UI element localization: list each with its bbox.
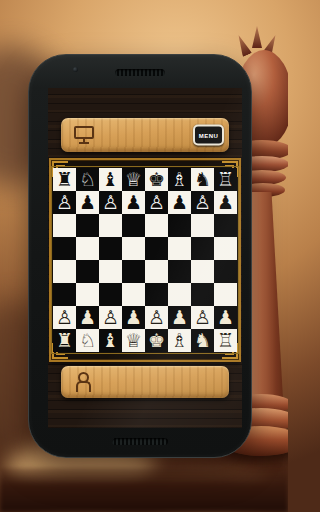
app-screen: MENU ♜♘♝♕♚♗♞♖♙♟♙♟♙♟♙♟♙♟♙♟♙♟♙♟♜♘♝♕♚♗♞♖ xyxy=(48,88,242,428)
opponent-bar: MENU xyxy=(61,118,229,152)
square-e6[interactable] xyxy=(145,214,168,237)
computer-monitor-icon xyxy=(74,126,94,139)
square-a2[interactable]: ♙ xyxy=(53,306,76,329)
square-g4[interactable] xyxy=(191,260,214,283)
square-c7[interactable]: ♙ xyxy=(99,191,122,214)
earpiece-speaker-grille xyxy=(115,69,165,76)
square-b4[interactable] xyxy=(76,260,99,283)
white-bishop: ♗ xyxy=(171,329,188,352)
white-rook: ♜ xyxy=(56,329,73,352)
square-f3[interactable] xyxy=(168,283,191,306)
square-g5[interactable] xyxy=(191,237,214,260)
white-knight: ♘ xyxy=(79,329,96,352)
square-h4[interactable] xyxy=(214,260,237,283)
square-f2[interactable]: ♟ xyxy=(168,306,191,329)
white-queen: ♕ xyxy=(125,329,142,352)
board-frame: ♜♘♝♕♚♗♞♖♙♟♙♟♙♟♙♟♙♟♙♟♙♟♙♟♜♘♝♕♚♗♞♖ xyxy=(49,158,241,362)
king-crown-point xyxy=(234,33,252,57)
square-d4[interactable] xyxy=(122,260,145,283)
square-c4[interactable] xyxy=(99,260,122,283)
square-g8[interactable]: ♞ xyxy=(191,168,214,191)
black-bishop: ♗ xyxy=(171,168,188,191)
square-g6[interactable] xyxy=(191,214,214,237)
black-pawn: ♙ xyxy=(56,191,73,214)
black-pawn: ♙ xyxy=(194,191,211,214)
white-pawn: ♙ xyxy=(194,306,211,329)
square-h6[interactable] xyxy=(214,214,237,237)
square-a7[interactable]: ♙ xyxy=(53,191,76,214)
square-g1[interactable]: ♞ xyxy=(191,329,214,352)
square-h2[interactable]: ♟ xyxy=(214,306,237,329)
square-h7[interactable]: ♟ xyxy=(214,191,237,214)
square-f4[interactable] xyxy=(168,260,191,283)
square-d3[interactable] xyxy=(122,283,145,306)
square-b8[interactable]: ♘ xyxy=(76,168,99,191)
white-pawn: ♟ xyxy=(217,306,234,329)
white-pawn: ♟ xyxy=(125,306,142,329)
square-c1[interactable]: ♝ xyxy=(99,329,122,352)
phone-frame: MENU ♜♘♝♕♚♗♞♖♙♟♙♟♙♟♙♟♙♟♙♟♙♟♙♟♜♘♝♕♚♗♞♖ xyxy=(28,54,252,458)
black-rook: ♖ xyxy=(217,168,234,191)
black-knight: ♘ xyxy=(79,168,96,191)
square-h5[interactable] xyxy=(214,237,237,260)
square-b6[interactable] xyxy=(76,214,99,237)
square-d2[interactable]: ♟ xyxy=(122,306,145,329)
square-e3[interactable] xyxy=(145,283,168,306)
square-a5[interactable] xyxy=(53,237,76,260)
square-d8[interactable]: ♕ xyxy=(122,168,145,191)
chess-board[interactable]: ♜♘♝♕♚♗♞♖♙♟♙♟♙♟♙♟♙♟♙♟♙♟♙♟♜♘♝♕♚♗♞♖ xyxy=(53,168,237,352)
black-knight: ♞ xyxy=(194,168,211,191)
square-d5[interactable] xyxy=(122,237,145,260)
white-king: ♚ xyxy=(148,329,165,352)
black-bishop: ♝ xyxy=(102,168,119,191)
square-f5[interactable] xyxy=(168,237,191,260)
square-f7[interactable]: ♟ xyxy=(168,191,191,214)
front-camera xyxy=(73,67,78,72)
square-g7[interactable]: ♙ xyxy=(191,191,214,214)
white-knight: ♞ xyxy=(194,329,211,352)
white-pawn: ♙ xyxy=(56,306,73,329)
bottom-speaker-grille xyxy=(112,438,168,445)
square-g3[interactable] xyxy=(191,283,214,306)
square-f8[interactable]: ♗ xyxy=(168,168,191,191)
black-pawn: ♙ xyxy=(102,191,119,214)
square-f6[interactable] xyxy=(168,214,191,237)
white-pawn: ♟ xyxy=(171,306,188,329)
square-c2[interactable]: ♙ xyxy=(99,306,122,329)
square-g2[interactable]: ♙ xyxy=(191,306,214,329)
square-c6[interactable] xyxy=(99,214,122,237)
square-f1[interactable]: ♗ xyxy=(168,329,191,352)
square-h1[interactable]: ♖ xyxy=(214,329,237,352)
square-b3[interactable] xyxy=(76,283,99,306)
menu-button-label: MENU xyxy=(199,132,218,138)
white-pawn: ♙ xyxy=(102,306,119,329)
square-e7[interactable]: ♙ xyxy=(145,191,168,214)
square-e1[interactable]: ♚ xyxy=(145,329,168,352)
white-bishop: ♝ xyxy=(102,329,119,352)
square-c8[interactable]: ♝ xyxy=(99,168,122,191)
black-pawn: ♙ xyxy=(148,191,165,214)
person-icon xyxy=(75,372,89,392)
black-rook: ♜ xyxy=(56,168,73,191)
square-e5[interactable] xyxy=(145,237,168,260)
square-b7[interactable]: ♟ xyxy=(76,191,99,214)
black-queen: ♕ xyxy=(125,168,142,191)
square-d6[interactable] xyxy=(122,214,145,237)
square-a8[interactable]: ♜ xyxy=(53,168,76,191)
king-crown-cross xyxy=(252,26,262,48)
black-king: ♚ xyxy=(148,168,165,191)
square-b1[interactable]: ♘ xyxy=(76,329,99,352)
square-a3[interactable] xyxy=(53,283,76,306)
black-pawn: ♟ xyxy=(171,191,188,214)
black-pawn: ♟ xyxy=(79,191,96,214)
square-e4[interactable] xyxy=(145,260,168,283)
square-e2[interactable]: ♙ xyxy=(145,306,168,329)
square-d7[interactable]: ♟ xyxy=(122,191,145,214)
square-d1[interactable]: ♕ xyxy=(122,329,145,352)
square-c5[interactable] xyxy=(99,237,122,260)
player-bar xyxy=(61,366,229,398)
square-b2[interactable]: ♟ xyxy=(76,306,99,329)
square-c3[interactable] xyxy=(99,283,122,306)
square-a4[interactable] xyxy=(53,260,76,283)
white-rook: ♖ xyxy=(217,329,234,352)
white-pawn: ♙ xyxy=(148,306,165,329)
square-h8[interactable]: ♖ xyxy=(214,168,237,191)
black-pawn: ♟ xyxy=(217,191,234,214)
square-a6[interactable] xyxy=(53,214,76,237)
menu-button[interactable]: MENU xyxy=(193,125,224,146)
square-a1[interactable]: ♜ xyxy=(53,329,76,352)
square-h3[interactable] xyxy=(214,283,237,306)
square-b5[interactable] xyxy=(76,237,99,260)
black-pawn: ♟ xyxy=(125,191,142,214)
white-pawn: ♟ xyxy=(79,306,96,329)
square-e8[interactable]: ♚ xyxy=(145,168,168,191)
